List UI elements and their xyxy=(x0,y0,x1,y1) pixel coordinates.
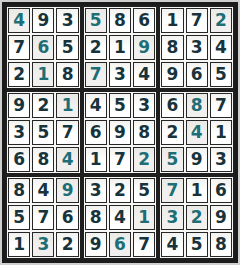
cell-r1c8[interactable]: 7 xyxy=(186,8,208,33)
cell-r8c7[interactable]: 3 xyxy=(161,205,183,230)
cell-r7c5[interactable]: 2 xyxy=(109,178,131,203)
cell-r7c9[interactable]: 6 xyxy=(210,178,232,203)
cell-r7c2[interactable]: 4 xyxy=(32,178,54,203)
cell-r6c4[interactable]: 1 xyxy=(85,147,107,172)
cell-r4c4[interactable]: 4 xyxy=(85,93,107,118)
cell-r8c4[interactable]: 8 xyxy=(85,205,107,230)
box-5: 453698172 xyxy=(82,90,159,175)
cell-r7c8[interactable]: 1 xyxy=(186,178,208,203)
box-4: 921357684 xyxy=(5,90,82,175)
sudoku-board: 4937652185862197341728349659213576844536… xyxy=(0,0,240,265)
cell-r3c6[interactable]: 4 xyxy=(133,62,155,87)
cell-r3c9[interactable]: 5 xyxy=(210,62,232,87)
cell-r5c2[interactable]: 5 xyxy=(32,120,54,145)
cell-r7c4[interactable]: 3 xyxy=(85,178,107,203)
cell-r2c1[interactable]: 7 xyxy=(8,35,30,60)
cell-r1c9[interactable]: 2 xyxy=(210,8,232,33)
cell-r4c9[interactable]: 7 xyxy=(210,93,232,118)
cell-r3c4[interactable]: 7 xyxy=(85,62,107,87)
cell-r8c5[interactable]: 4 xyxy=(109,205,131,230)
box-1: 493765218 xyxy=(5,5,82,90)
cell-r1c5[interactable]: 8 xyxy=(109,8,131,33)
cell-r9c4[interactable]: 9 xyxy=(85,232,107,257)
cell-r6c1[interactable]: 6 xyxy=(8,147,30,172)
cell-r3c5[interactable]: 3 xyxy=(109,62,131,87)
cell-r5c1[interactable]: 3 xyxy=(8,120,30,145)
cell-r2c8[interactable]: 3 xyxy=(186,35,208,60)
cell-r7c1[interactable]: 8 xyxy=(8,178,30,203)
cell-r2c4[interactable]: 2 xyxy=(85,35,107,60)
cell-r5c9[interactable]: 1 xyxy=(210,120,232,145)
box-7: 849576132 xyxy=(5,175,82,260)
cell-r9c5[interactable]: 6 xyxy=(109,232,131,257)
cell-r8c6[interactable]: 1 xyxy=(133,205,155,230)
cell-r7c6[interactable]: 5 xyxy=(133,178,155,203)
cell-r3c2[interactable]: 1 xyxy=(32,62,54,87)
cell-r9c6[interactable]: 7 xyxy=(133,232,155,257)
cell-r3c1[interactable]: 2 xyxy=(8,62,30,87)
cell-r5c6[interactable]: 8 xyxy=(133,120,155,145)
cell-r8c3[interactable]: 6 xyxy=(56,205,78,230)
cell-r5c4[interactable]: 6 xyxy=(85,120,107,145)
box-2: 586219734 xyxy=(82,5,159,90)
cell-r2c2[interactable]: 6 xyxy=(32,35,54,60)
cell-r6c7[interactable]: 5 xyxy=(161,147,183,172)
cell-r6c9[interactable]: 3 xyxy=(210,147,232,172)
cell-r6c8[interactable]: 9 xyxy=(186,147,208,172)
cell-r6c5[interactable]: 7 xyxy=(109,147,131,172)
cell-r9c2[interactable]: 3 xyxy=(32,232,54,257)
cell-r3c3[interactable]: 8 xyxy=(56,62,78,87)
cell-r9c3[interactable]: 2 xyxy=(56,232,78,257)
cell-r2c3[interactable]: 5 xyxy=(56,35,78,60)
box-3: 172834965 xyxy=(158,5,235,90)
cell-r6c3[interactable]: 4 xyxy=(56,147,78,172)
cell-r9c8[interactable]: 5 xyxy=(186,232,208,257)
cell-r1c3[interactable]: 3 xyxy=(56,8,78,33)
cell-r4c3[interactable]: 1 xyxy=(56,93,78,118)
cell-r1c6[interactable]: 6 xyxy=(133,8,155,33)
cell-r2c5[interactable]: 1 xyxy=(109,35,131,60)
cell-r4c7[interactable]: 6 xyxy=(161,93,183,118)
box-8: 325841967 xyxy=(82,175,159,260)
cell-r7c7[interactable]: 7 xyxy=(161,178,183,203)
cell-r5c3[interactable]: 7 xyxy=(56,120,78,145)
cell-r8c9[interactable]: 9 xyxy=(210,205,232,230)
cell-r3c8[interactable]: 6 xyxy=(186,62,208,87)
cell-r1c2[interactable]: 9 xyxy=(32,8,54,33)
cell-r8c8[interactable]: 2 xyxy=(186,205,208,230)
cell-r5c5[interactable]: 9 xyxy=(109,120,131,145)
cell-r4c1[interactable]: 9 xyxy=(8,93,30,118)
cell-r1c7[interactable]: 1 xyxy=(161,8,183,33)
cell-r9c1[interactable]: 1 xyxy=(8,232,30,257)
cell-r1c4[interactable]: 5 xyxy=(85,8,107,33)
box-6: 687241593 xyxy=(158,90,235,175)
cell-r6c6[interactable]: 2 xyxy=(133,147,155,172)
sudoku-frame: 4937652185862197341728349659213576844536… xyxy=(2,2,238,263)
cell-r6c2[interactable]: 8 xyxy=(32,147,54,172)
cell-r8c2[interactable]: 7 xyxy=(32,205,54,230)
cell-r2c7[interactable]: 8 xyxy=(161,35,183,60)
cell-r5c8[interactable]: 4 xyxy=(186,120,208,145)
cell-r2c6[interactable]: 9 xyxy=(133,35,155,60)
cell-r7c3[interactable]: 9 xyxy=(56,178,78,203)
cell-r2c9[interactable]: 4 xyxy=(210,35,232,60)
cell-r9c9[interactable]: 8 xyxy=(210,232,232,257)
cell-r4c8[interactable]: 8 xyxy=(186,93,208,118)
cell-r4c6[interactable]: 3 xyxy=(133,93,155,118)
cell-r3c7[interactable]: 9 xyxy=(161,62,183,87)
cell-r8c1[interactable]: 5 xyxy=(8,205,30,230)
box-9: 716329458 xyxy=(158,175,235,260)
cell-r4c5[interactable]: 5 xyxy=(109,93,131,118)
cell-r5c7[interactable]: 2 xyxy=(161,120,183,145)
cell-r1c1[interactable]: 4 xyxy=(8,8,30,33)
cell-r9c7[interactable]: 4 xyxy=(161,232,183,257)
cell-r4c2[interactable]: 2 xyxy=(32,93,54,118)
